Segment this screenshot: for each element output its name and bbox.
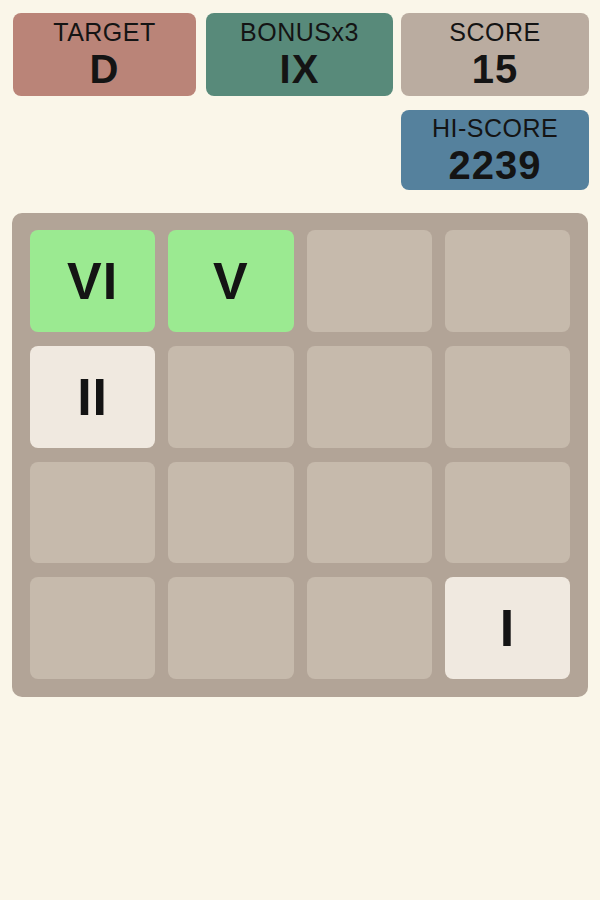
hiscore-label: HI-SCORE [432, 114, 558, 143]
target-badge: TARGET D [13, 13, 196, 96]
cell-r4c1 [30, 577, 155, 679]
bonus-value: IX [280, 47, 320, 91]
cell-r4c4: I [445, 577, 570, 679]
cell-r1c4 [445, 230, 570, 332]
bonus-badge: BONUSx3 IX [206, 13, 393, 96]
hiscore-value: 2239 [449, 143, 542, 187]
cell-r2c3 [307, 346, 432, 448]
cell-r3c3 [307, 462, 432, 564]
score-value: 15 [472, 47, 519, 91]
game-board[interactable]: VI V II I [12, 213, 588, 697]
game-screen: TARGET D BONUSx3 IX SCORE 15 HI-SCORE 22… [0, 0, 600, 900]
cell-r2c1: II [30, 346, 155, 448]
cell-r1c1: VI [30, 230, 155, 332]
cell-r3c1 [30, 462, 155, 564]
cell-r2c2 [168, 346, 293, 448]
target-label: TARGET [53, 18, 156, 47]
score-label: SCORE [449, 18, 540, 47]
bonus-label: BONUSx3 [240, 18, 359, 47]
cell-r1c3 [307, 230, 432, 332]
cell-r1c2: V [168, 230, 293, 332]
score-badge: SCORE 15 [401, 13, 589, 96]
target-value: D [90, 47, 120, 91]
cell-r3c2 [168, 462, 293, 564]
cell-r4c2 [168, 577, 293, 679]
cell-r3c4 [445, 462, 570, 564]
hiscore-badge: HI-SCORE 2239 [401, 110, 589, 190]
cell-r4c3 [307, 577, 432, 679]
cell-r2c4 [445, 346, 570, 448]
